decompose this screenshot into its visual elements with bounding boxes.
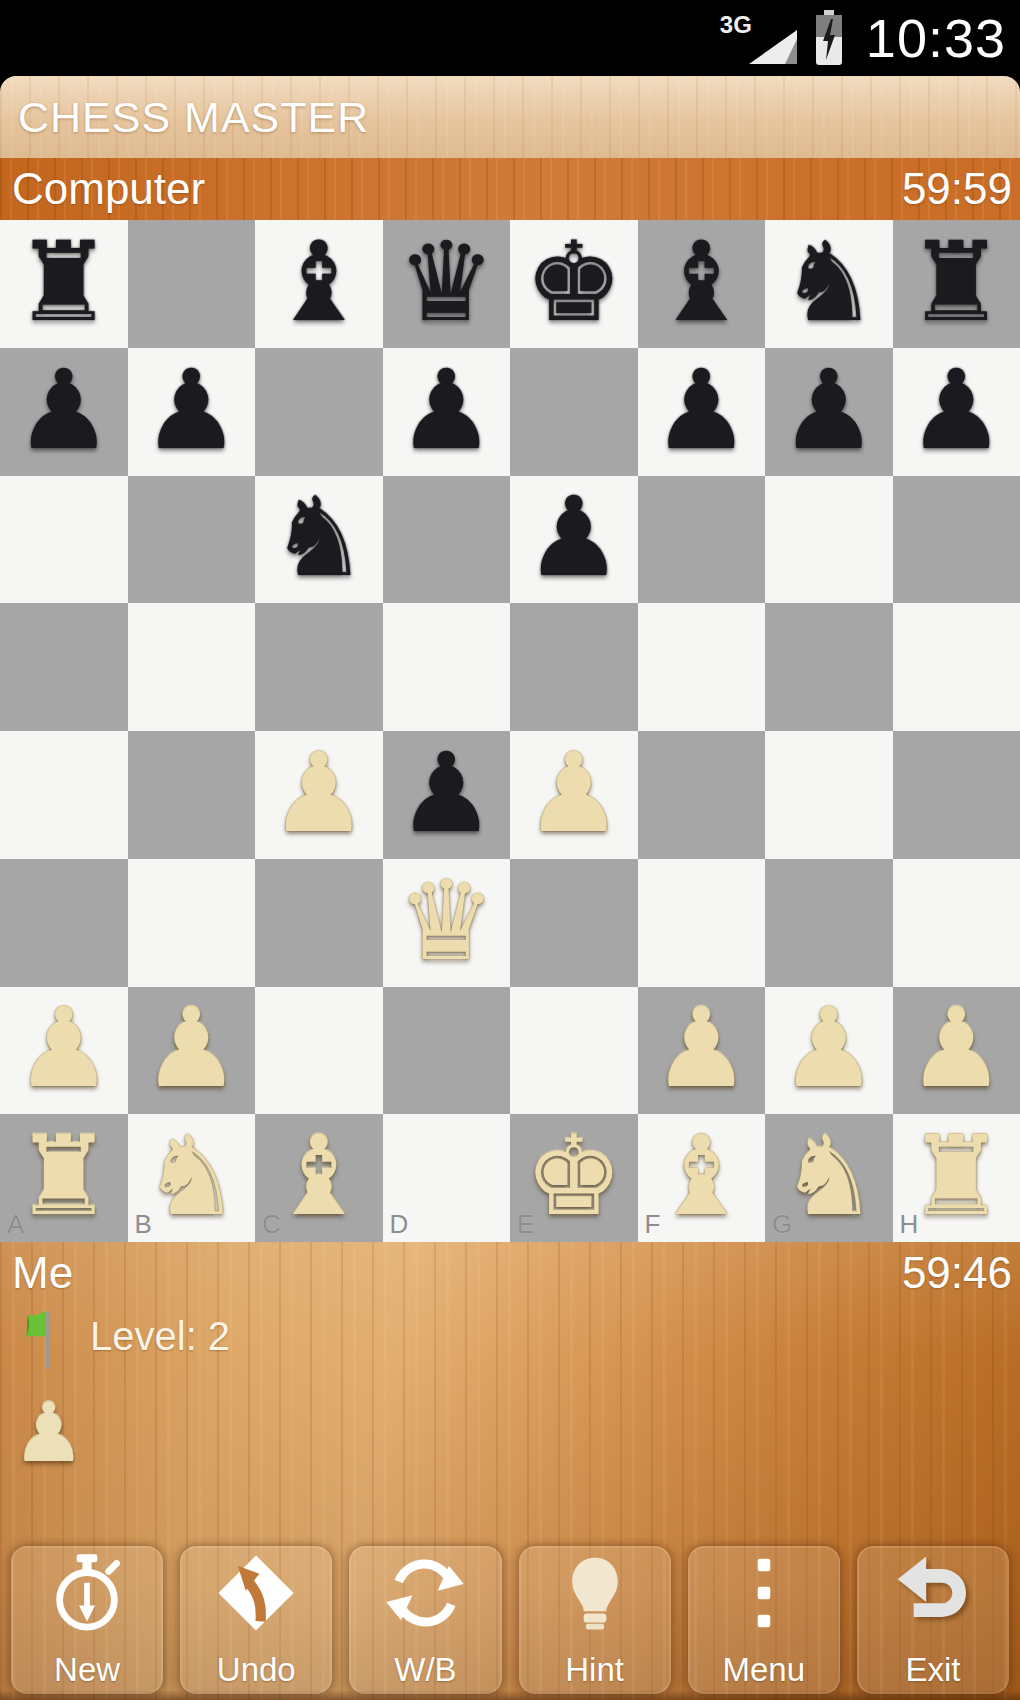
- captured-pieces-tray: ♟: [12, 1392, 86, 1474]
- square-h7[interactable]: ♟: [893, 348, 1020, 476]
- swap-colors-icon: [384, 1552, 466, 1634]
- piece-black-pawn: ♟: [14, 355, 113, 465]
- menu-dots-icon: [723, 1552, 805, 1634]
- square-h5[interactable]: [893, 603, 1020, 731]
- piece-white-queen: ♛: [397, 866, 496, 976]
- piece-white-knight: ♞: [779, 1121, 878, 1231]
- piece-black-bishop: ♝: [652, 227, 751, 337]
- square-e3[interactable]: [510, 859, 638, 987]
- square-c2[interactable]: [255, 987, 383, 1115]
- wb-button[interactable]: W/B: [349, 1546, 501, 1694]
- menu-button[interactable]: Menu: [688, 1546, 840, 1694]
- wb-button-label: W/B: [394, 1652, 456, 1688]
- square-d6[interactable]: [383, 476, 511, 604]
- square-a4[interactable]: [0, 731, 128, 859]
- square-f6[interactable]: [638, 476, 766, 604]
- piece-black-rook: ♜: [14, 227, 113, 337]
- piece-white-pawn: ♟: [269, 738, 368, 848]
- piece-black-pawn: ♟: [397, 738, 496, 848]
- square-f3[interactable]: [638, 859, 766, 987]
- piece-white-king: ♚: [524, 1121, 623, 1231]
- app-screen: 3G 10:33 CHESS MASTER Computer 59:59 ♜♝♛…: [0, 0, 1020, 1700]
- square-g3[interactable]: [765, 859, 893, 987]
- player-clock: 59:46: [902, 1248, 1012, 1298]
- file-label-h: H: [900, 1209, 919, 1240]
- square-f1[interactable]: ♝F: [638, 1114, 766, 1242]
- square-e7[interactable]: [510, 348, 638, 476]
- player-panel: Me 59:46 Level: 2 ♟: [0, 1242, 1020, 1700]
- hint-button[interactable]: Hint: [519, 1546, 671, 1694]
- piece-white-pawn: ♟: [907, 993, 1006, 1103]
- hint-bulb-icon: [554, 1552, 636, 1634]
- square-e4[interactable]: ♟: [510, 731, 638, 859]
- panel-bottom-edge: [0, 1691, 1020, 1700]
- captured-white-pawn: ♟: [12, 1385, 86, 1480]
- title-bar: CHESS MASTER: [0, 76, 1020, 158]
- square-f2[interactable]: ♟: [638, 987, 766, 1115]
- square-g1[interactable]: ♞G: [765, 1114, 893, 1242]
- piece-white-knight: ♞: [142, 1121, 241, 1231]
- piece-black-bishop: ♝: [269, 227, 368, 337]
- square-a2[interactable]: ♟: [0, 987, 128, 1115]
- square-d8[interactable]: ♛: [383, 220, 511, 348]
- piece-white-rook: ♜: [14, 1121, 113, 1231]
- cell-signal: 3G: [720, 9, 798, 67]
- square-e5[interactable]: [510, 603, 638, 731]
- square-c7[interactable]: [255, 348, 383, 476]
- square-d1[interactable]: D: [383, 1114, 511, 1242]
- square-c8[interactable]: ♝: [255, 220, 383, 348]
- piece-white-pawn: ♟: [524, 738, 623, 848]
- square-b5[interactable]: [128, 603, 256, 731]
- piece-white-bishop: ♝: [269, 1121, 368, 1231]
- square-f7[interactable]: ♟: [638, 348, 766, 476]
- player-row: Me 59:46: [0, 1248, 1020, 1298]
- square-h1[interactable]: ♜H: [893, 1114, 1020, 1242]
- file-label-d: D: [390, 1209, 409, 1240]
- piece-black-queen: ♛: [397, 227, 496, 337]
- piece-black-king: ♚: [524, 227, 623, 337]
- opponent-name: Computer: [12, 164, 205, 214]
- piece-black-pawn: ♟: [907, 355, 1006, 465]
- square-a1[interactable]: ♜A: [0, 1114, 128, 1242]
- piece-white-pawn: ♟: [652, 993, 751, 1103]
- piece-white-pawn: ♟: [779, 993, 878, 1103]
- chess-board: ♜♝♛♚♝♞♜♟♟♟♟♟♟♞♟♟♟♟♛♟♟♟♟♟♜A♞B♝CD♚E♝F♞G♜H: [0, 220, 1020, 1242]
- square-d5[interactable]: [383, 603, 511, 731]
- square-b8[interactable]: [128, 220, 256, 348]
- square-b1[interactable]: ♞B: [128, 1114, 256, 1242]
- exit-button-label: Exit: [905, 1652, 960, 1688]
- file-label-f: F: [645, 1209, 661, 1240]
- square-h2[interactable]: ♟: [893, 987, 1020, 1115]
- battery-wrap: [814, 8, 844, 68]
- opponent-bar: Computer 59:59: [0, 158, 1020, 220]
- square-g7[interactable]: ♟: [765, 348, 893, 476]
- app-title: CHESS MASTER: [18, 93, 369, 142]
- piece-black-pawn: ♟: [397, 355, 496, 465]
- square-c6[interactable]: ♞: [255, 476, 383, 604]
- level-label: Level: 2: [90, 1314, 230, 1359]
- square-a3[interactable]: [0, 859, 128, 987]
- square-a8[interactable]: ♜: [0, 220, 128, 348]
- file-label-a: A: [7, 1209, 24, 1240]
- undo-button[interactable]: Undo: [180, 1546, 332, 1694]
- level-flag-icon: [20, 1308, 64, 1376]
- exit-button[interactable]: Exit: [857, 1546, 1009, 1694]
- square-f5[interactable]: [638, 603, 766, 731]
- square-d4[interactable]: ♟: [383, 731, 511, 859]
- piece-black-knight: ♞: [779, 227, 878, 337]
- square-d7[interactable]: ♟: [383, 348, 511, 476]
- battery-charging-icon: [814, 8, 844, 68]
- square-g6[interactable]: [765, 476, 893, 604]
- undo-road-sign-icon: [215, 1552, 297, 1634]
- toolbar: New Undo W/B: [0, 1546, 1020, 1694]
- square-h8[interactable]: ♜: [893, 220, 1020, 348]
- status-clock: 10:33: [866, 7, 1006, 69]
- hint-button-label: Hint: [565, 1652, 624, 1688]
- piece-white-bishop: ♝: [652, 1121, 751, 1231]
- square-h3[interactable]: [893, 859, 1020, 987]
- square-h6[interactable]: [893, 476, 1020, 604]
- new-button[interactable]: New: [11, 1546, 163, 1694]
- status-bar: 3G 10:33: [0, 0, 1020, 76]
- undo-button-label: Undo: [217, 1652, 296, 1688]
- square-e6[interactable]: ♟: [510, 476, 638, 604]
- square-c3[interactable]: [255, 859, 383, 987]
- piece-white-pawn: ♟: [142, 993, 241, 1103]
- file-label-b: B: [135, 1209, 152, 1240]
- signal-strength-icon: [748, 29, 798, 65]
- square-f8[interactable]: ♝: [638, 220, 766, 348]
- stopwatch-icon: [46, 1552, 128, 1634]
- new-button-label: New: [54, 1652, 120, 1688]
- square-g8[interactable]: ♞: [765, 220, 893, 348]
- square-b7[interactable]: ♟: [128, 348, 256, 476]
- square-a6[interactable]: [0, 476, 128, 604]
- menu-button-label: Menu: [722, 1652, 805, 1688]
- square-e2[interactable]: [510, 987, 638, 1115]
- square-d3[interactable]: ♛: [383, 859, 511, 987]
- square-c4[interactable]: ♟: [255, 731, 383, 859]
- file-label-g: G: [772, 1209, 792, 1240]
- player-name: Me: [12, 1248, 73, 1298]
- square-g5[interactable]: [765, 603, 893, 731]
- square-c5[interactable]: [255, 603, 383, 731]
- square-g2[interactable]: ♟: [765, 987, 893, 1115]
- piece-black-rook: ♜: [907, 227, 1006, 337]
- file-label-c: C: [262, 1209, 281, 1240]
- piece-white-pawn: ♟: [14, 993, 113, 1103]
- piece-black-pawn: ♟: [142, 355, 241, 465]
- piece-black-knight: ♞: [269, 482, 368, 592]
- square-e1[interactable]: ♚E: [510, 1114, 638, 1242]
- piece-black-pawn: ♟: [652, 355, 751, 465]
- piece-black-pawn: ♟: [524, 482, 623, 592]
- square-b2[interactable]: ♟: [128, 987, 256, 1115]
- piece-black-pawn: ♟: [779, 355, 878, 465]
- square-e8[interactable]: ♚: [510, 220, 638, 348]
- piece-white-rook: ♜: [907, 1121, 1006, 1231]
- square-g4[interactable]: [765, 731, 893, 859]
- square-b4[interactable]: [128, 731, 256, 859]
- square-h4[interactable]: [893, 731, 1020, 859]
- square-d2[interactable]: [383, 987, 511, 1115]
- square-b6[interactable]: [128, 476, 256, 604]
- square-b3[interactable]: [128, 859, 256, 987]
- square-a5[interactable]: [0, 603, 128, 731]
- opponent-clock: 59:59: [902, 164, 1012, 214]
- square-f4[interactable]: [638, 731, 766, 859]
- square-a7[interactable]: ♟: [0, 348, 128, 476]
- exit-back-arrow-icon: [892, 1552, 974, 1634]
- file-label-e: E: [517, 1209, 534, 1240]
- square-c1[interactable]: ♝C: [255, 1114, 383, 1242]
